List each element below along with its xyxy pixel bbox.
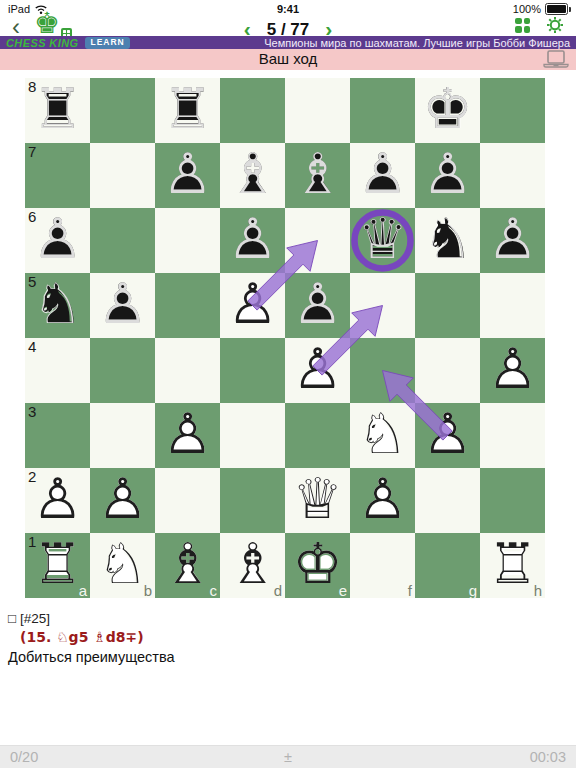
square-h7[interactable] [480,143,545,208]
square-g4[interactable] [415,338,480,403]
piece-black-pawn[interactable]: ♟♙ [90,273,155,338]
lesson-notes: □ [#25] (15. ♘g5 ♗d8∓) Добиться преимуще… [8,610,568,667]
chess-board: 8♜♖♜♖♚♔7♟♙♝♗♝♗♟♙♟♙6♟♙♟♙♛♕♞♘♟♙5♞♘♟♙♟♙♟♙4♟… [25,78,545,598]
square-e8[interactable] [285,78,350,143]
rank-label: 6 [28,208,36,225]
square-b1[interactable]: b♞♘ [90,533,155,598]
piece-white-pawn[interactable]: ♟♙ [285,338,350,403]
rank-label: 1 [28,533,36,550]
file-label: c [210,582,218,599]
elapsed-time-label: 00:03 [530,749,566,765]
square-a4[interactable]: 4 [25,338,90,403]
square-c7[interactable]: ♟♙ [155,143,220,208]
square-a1[interactable]: 1a♜♖ [25,533,90,598]
footer-bar: 0/20 ± 00:03 [0,745,576,768]
rank-label: 4 [28,338,36,355]
rank-label: 3 [28,403,36,420]
square-e1[interactable]: e♚♔ [285,533,350,598]
piece-black-rook[interactable]: ♜♖ [155,78,220,143]
square-e6[interactable] [285,208,350,273]
piece-black-pawn[interactable]: ♟♙ [155,143,220,208]
course-title: Чемпионы мира по шахматам. Лучшие игры Б… [264,37,570,49]
rank-label: 5 [28,273,36,290]
square-b5[interactable]: ♟♙ [90,273,155,338]
file-label: g [469,582,477,599]
piece-white-queen[interactable]: ♛♕ [285,468,350,533]
board-squares: 8♜♖♜♖♚♔7♟♙♝♗♝♗♟♙♟♙6♟♙♟♙♛♕♞♘♟♙5♞♘♟♙♟♙♟♙4♟… [25,78,545,598]
brand-label: CHESS KING [6,37,78,49]
file-label: b [144,582,152,599]
square-f7[interactable]: ♟♙ [350,143,415,208]
square-e2[interactable]: ♛♕ [285,468,350,533]
square-h2[interactable] [480,468,545,533]
square-d8[interactable] [220,78,285,143]
rank-label: 8 [28,78,36,95]
square-c6[interactable] [155,208,220,273]
piece-black-bishop[interactable]: ♝♗ [285,143,350,208]
square-f2[interactable]: ♟♙ [350,468,415,533]
status-right: 100% [513,3,568,15]
puzzle-number-label: □ [#25] [8,610,568,628]
square-f5[interactable] [350,273,415,338]
square-a2[interactable]: 2♟♙ [25,468,90,533]
square-b8[interactable] [90,78,155,143]
learn-badge: LEARN [85,37,129,49]
square-d4[interactable] [220,338,285,403]
file-label: e [339,582,347,599]
square-f4[interactable] [350,338,415,403]
square-d6[interactable]: ♟♙ [220,208,285,273]
square-c2[interactable] [155,468,220,533]
piece-black-pawn[interactable]: ♟♙ [480,208,545,273]
square-g3[interactable]: ♟♙ [415,403,480,468]
square-d3[interactable] [220,403,285,468]
square-h1[interactable]: h♜♖ [480,533,545,598]
piece-black-knight[interactable]: ♞♘ [415,208,480,273]
square-c5[interactable] [155,273,220,338]
nav-bar: ‹ ♚ ‹5 / 77› [0,18,576,36]
variation-line-label: (15. ♘g5 ♗d8∓) [20,628,568,647]
file-label: h [534,582,542,599]
square-d1[interactable]: d♝♗ [220,533,285,598]
rank-label: 7 [28,143,36,160]
square-c3[interactable]: ♟♙ [155,403,220,468]
lesson-grid-button[interactable] [515,18,530,33]
piece-black-pawn[interactable]: ♟♙ [350,143,415,208]
square-f3[interactable]: ♞♘ [350,403,415,468]
battery-icon [545,3,568,15]
piece-white-pawn[interactable]: ♟♙ [480,338,545,403]
square-e3[interactable] [285,403,350,468]
rank-label: 2 [28,468,36,485]
goal-label: Добиться преимущества [8,647,568,667]
square-c8[interactable]: ♜♖ [155,78,220,143]
piece-white-knight[interactable]: ♞♘ [350,403,415,468]
square-g1[interactable]: g [415,533,480,598]
square-c1[interactable]: c♝♗ [155,533,220,598]
nav-right [515,16,564,34]
square-b3[interactable] [90,403,155,468]
square-b4[interactable] [90,338,155,403]
computer-icon[interactable] [542,50,570,70]
file-label: f [408,582,412,599]
square-d2[interactable] [220,468,285,533]
square-a5[interactable]: 5♞♘ [25,273,90,338]
piece-black-pawn[interactable]: ♟♙ [220,208,285,273]
square-g2[interactable] [415,468,480,533]
turn-indicator-label: Ваш ход [0,50,576,67]
evaluation-button[interactable]: ± [0,749,576,765]
square-b7[interactable] [90,143,155,208]
piece-white-pawn[interactable]: ♟♙ [350,468,415,533]
piece-white-pawn[interactable]: ♟♙ [220,273,285,338]
piece-black-pawn[interactable]: ♟♙ [285,273,350,338]
square-b6[interactable] [90,208,155,273]
square-d5[interactable]: ♟♙ [220,273,285,338]
piece-white-pawn[interactable]: ♟♙ [155,403,220,468]
chess-king-learn-app: iPad 9:41 100% ‹ ♚ ‹5 / 77› [0,0,576,768]
square-b2[interactable]: ♟♙ [90,468,155,533]
square-f6[interactable]: ♛♕ [350,208,415,273]
square-e4[interactable]: ♟♙ [285,338,350,403]
square-a6[interactable]: 6♟♙ [25,208,90,273]
square-f1[interactable]: f [350,533,415,598]
battery-percent-label: 100% [513,3,541,15]
piece-white-pawn[interactable]: ♟♙ [90,468,155,533]
square-g8[interactable]: ♚♔ [415,78,480,143]
piece-black-bishop[interactable]: ♝♗ [220,143,285,208]
square-h8[interactable] [480,78,545,143]
square-c4[interactable] [155,338,220,403]
piece-white-pawn[interactable]: ♟♙ [415,403,480,468]
file-label: d [274,582,282,599]
piece-black-king[interactable]: ♚♔ [415,78,480,143]
square-a8[interactable]: 8♜♖ [25,78,90,143]
square-h3[interactable] [480,403,545,468]
piece-black-pawn[interactable]: ♟♙ [415,143,480,208]
square-g7[interactable]: ♟♙ [415,143,480,208]
square-g5[interactable] [415,273,480,338]
square-a7[interactable]: 7 [25,143,90,208]
square-h4[interactable]: ♟♙ [480,338,545,403]
square-a3[interactable]: 3 [25,403,90,468]
settings-gear-button[interactable] [546,16,564,34]
square-h6[interactable]: ♟♙ [480,208,545,273]
square-e7[interactable]: ♝♗ [285,143,350,208]
course-banner: CHESS KING LEARN Чемпионы мира по шахмат… [0,36,576,49]
piece-black-queen[interactable]: ♛♕ [350,208,415,273]
square-e5[interactable]: ♟♙ [285,273,350,338]
file-label: a [79,582,87,599]
square-h5[interactable] [480,273,545,338]
square-f8[interactable] [350,78,415,143]
clock-label: 9:41 [0,3,576,15]
square-g6[interactable]: ♞♘ [415,208,480,273]
square-d7[interactable]: ♝♗ [220,143,285,208]
turn-bar: Ваш ход [0,49,576,70]
